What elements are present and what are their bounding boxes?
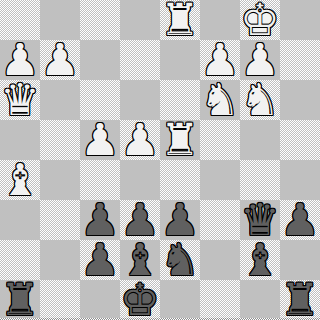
square-h3[interactable]: ♟ xyxy=(280,200,320,240)
square-e7[interactable] xyxy=(160,40,200,80)
white-rook-piece[interactable]: ♜ xyxy=(160,0,199,40)
square-b7[interactable]: ♟ xyxy=(40,40,80,80)
black-knight-piece[interactable]: ♞ xyxy=(160,240,199,280)
square-h1[interactable]: ♜ xyxy=(280,280,320,320)
square-g2[interactable]: ♝ xyxy=(240,240,280,280)
black-bishop-piece[interactable]: ♝ xyxy=(240,240,279,280)
black-king-piece[interactable]: ♚ xyxy=(120,280,159,320)
square-a4[interactable]: ♝ xyxy=(0,160,40,200)
square-f1[interactable] xyxy=(200,280,240,320)
square-d8[interactable] xyxy=(120,0,160,40)
square-b5[interactable] xyxy=(40,120,80,160)
square-e5[interactable]: ♜ xyxy=(160,120,200,160)
black-rook-piece[interactable]: ♜ xyxy=(0,280,39,320)
square-c2[interactable]: ♟ xyxy=(80,240,120,280)
white-bishop-piece[interactable]: ♝ xyxy=(0,160,39,200)
white-queen-piece[interactable]: ♛ xyxy=(0,80,39,120)
square-c5[interactable]: ♟ xyxy=(80,120,120,160)
square-f6[interactable]: ♞ xyxy=(200,80,240,120)
square-h6[interactable] xyxy=(280,80,320,120)
square-b2[interactable] xyxy=(40,240,80,280)
white-rook-piece[interactable]: ♜ xyxy=(160,120,199,160)
square-a1[interactable]: ♜ xyxy=(0,280,40,320)
square-f2[interactable] xyxy=(200,240,240,280)
square-b4[interactable] xyxy=(40,160,80,200)
square-h7[interactable] xyxy=(280,40,320,80)
square-f4[interactable] xyxy=(200,160,240,200)
square-d5[interactable]: ♟ xyxy=(120,120,160,160)
square-d7[interactable] xyxy=(120,40,160,80)
black-pawn-piece[interactable]: ♟ xyxy=(80,240,119,280)
square-g1[interactable] xyxy=(240,280,280,320)
square-f3[interactable] xyxy=(200,200,240,240)
white-knight-piece[interactable]: ♞ xyxy=(200,80,239,120)
square-b1[interactable] xyxy=(40,280,80,320)
white-pawn-piece[interactable]: ♟ xyxy=(120,120,159,160)
white-pawn-piece[interactable]: ♟ xyxy=(80,120,119,160)
square-g6[interactable]: ♞ xyxy=(240,80,280,120)
square-b3[interactable] xyxy=(40,200,80,240)
square-b6[interactable] xyxy=(40,80,80,120)
square-f5[interactable] xyxy=(200,120,240,160)
square-e2[interactable]: ♞ xyxy=(160,240,200,280)
square-c1[interactable] xyxy=(80,280,120,320)
square-e8[interactable]: ♜ xyxy=(160,0,200,40)
square-h8[interactable] xyxy=(280,0,320,40)
square-c7[interactable] xyxy=(80,40,120,80)
white-pawn-piece[interactable]: ♟ xyxy=(40,40,79,80)
black-rook-piece[interactable]: ♜ xyxy=(280,280,319,320)
chess-board: ♜♚♟♟♟♟♛♞♞♟♟♜♝♟♟♟♛♟♟♝♞♝♜♚♜ xyxy=(0,0,320,320)
square-c8[interactable] xyxy=(80,0,120,40)
square-g5[interactable] xyxy=(240,120,280,160)
square-a3[interactable] xyxy=(0,200,40,240)
square-d1[interactable]: ♚ xyxy=(120,280,160,320)
black-pawn-piece[interactable]: ♟ xyxy=(280,200,319,240)
white-knight-piece[interactable]: ♞ xyxy=(240,80,279,120)
square-a6[interactable]: ♛ xyxy=(0,80,40,120)
square-e1[interactable] xyxy=(160,280,200,320)
square-h5[interactable] xyxy=(280,120,320,160)
